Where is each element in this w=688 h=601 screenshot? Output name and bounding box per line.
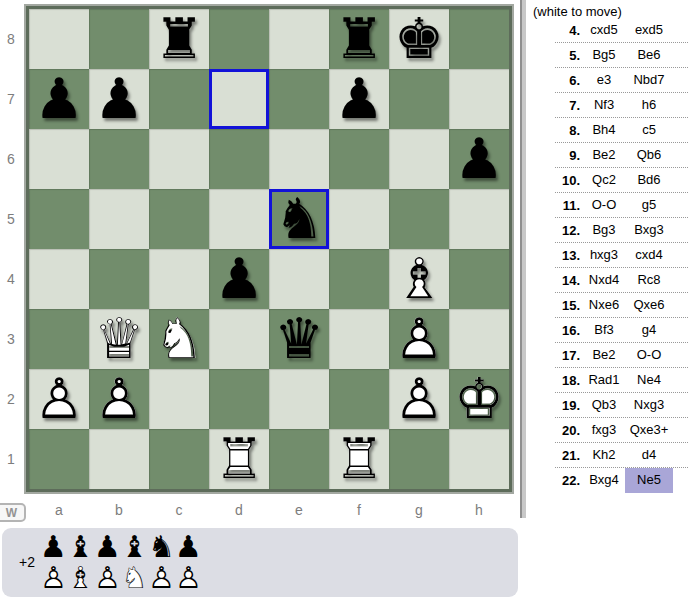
square-d2[interactable] bbox=[209, 369, 269, 429]
square-b8[interactable] bbox=[89, 9, 149, 69]
white-move[interactable]: Nf3 bbox=[583, 93, 625, 117]
square-b2[interactable]: ♟♙ bbox=[89, 369, 149, 429]
file-label-d: d bbox=[209, 502, 269, 518]
piece-d1: ♜♖ bbox=[209, 429, 269, 489]
square-e7[interactable] bbox=[269, 69, 329, 129]
move-number: 16. bbox=[555, 323, 583, 338]
white-bishop[interactable]: ♗ bbox=[389, 249, 449, 309]
file-label-g: g bbox=[389, 502, 449, 518]
black-pawn-icon: ♟ bbox=[40, 529, 67, 564]
black-move[interactable]: Qxe6 bbox=[625, 293, 673, 317]
square-g7[interactable] bbox=[389, 69, 449, 129]
status-text: (white to move) bbox=[533, 4, 622, 19]
square-f1[interactable]: ♜♖ bbox=[329, 429, 389, 489]
black-move[interactable]: Nbd7 bbox=[625, 68, 673, 92]
captured-black-knight: ♞ bbox=[148, 531, 175, 562]
move-number: 12. bbox=[555, 223, 583, 238]
captured-black-pawn: ♟ bbox=[40, 531, 67, 562]
move-number: 9. bbox=[555, 148, 583, 163]
square-c8[interactable]: ♜ bbox=[149, 9, 209, 69]
black-knight[interactable]: ♞ bbox=[269, 189, 329, 249]
file-label-f: f bbox=[329, 502, 389, 518]
move-number: 17. bbox=[555, 348, 583, 363]
square-a7[interactable]: ♟ bbox=[29, 69, 89, 129]
side-to-move-indicator[interactable]: W bbox=[0, 503, 26, 522]
piece-c3: ♞♘ bbox=[149, 309, 209, 369]
square-f7[interactable]: ♟ bbox=[329, 69, 389, 129]
move-row-14: 14.Nxd4Rc8 bbox=[555, 268, 688, 293]
captured-black-pieces: ♟♝♟♝♞♟ bbox=[40, 531, 202, 562]
white-rook-fill: ♜ bbox=[209, 429, 269, 489]
rank-label-8: 8 bbox=[0, 9, 22, 69]
captured-white-pawn: ♟♙ bbox=[148, 562, 175, 593]
white-bishop-icon: ♗ bbox=[67, 560, 94, 595]
black-pawn[interactable]: ♟ bbox=[209, 249, 269, 309]
piece-d4: ♟ bbox=[209, 249, 269, 309]
square-a2[interactable]: ♟♙ bbox=[29, 369, 89, 429]
white-pawn[interactable]: ♙ bbox=[389, 369, 449, 429]
piece-g4: ♝♗ bbox=[389, 249, 449, 309]
piece-a2: ♟♙ bbox=[29, 369, 89, 429]
move-number: 21. bbox=[555, 448, 583, 463]
white-move[interactable]: e3 bbox=[583, 68, 625, 92]
move-row-21: 21.Kh2d4 bbox=[555, 443, 688, 468]
square-a6[interactable] bbox=[29, 129, 89, 189]
piece-f7: ♟ bbox=[329, 69, 389, 129]
square-a4[interactable] bbox=[29, 249, 89, 309]
pane-divider[interactable] bbox=[520, 0, 526, 518]
white-pawn-fill: ♟ bbox=[29, 369, 89, 429]
captured-white-pawn: ♟♙ bbox=[175, 562, 202, 593]
move-number: 20. bbox=[555, 423, 583, 438]
captured-black-pawn: ♟ bbox=[94, 531, 121, 562]
piece-f1: ♜♖ bbox=[329, 429, 389, 489]
move-row-8: 8.Bh4c5 bbox=[555, 118, 688, 143]
black-bishop-icon: ♝ bbox=[67, 529, 94, 564]
black-king[interactable]: ♚ bbox=[389, 9, 449, 69]
square-e4[interactable] bbox=[269, 249, 329, 309]
piece-e5: ♞ bbox=[269, 189, 329, 249]
square-b6[interactable] bbox=[89, 129, 149, 189]
piece-c8: ♜ bbox=[149, 9, 209, 69]
square-c6[interactable] bbox=[149, 129, 209, 189]
white-move[interactable]: Be2 bbox=[583, 143, 625, 167]
piece-b7: ♟ bbox=[89, 69, 149, 129]
captured-white-pieces: ♟♙♝♗♟♙♞♘♟♙♟♙ bbox=[40, 562, 202, 593]
captured-white-knight: ♞♘ bbox=[121, 562, 148, 593]
black-pawn[interactable]: ♟ bbox=[449, 129, 509, 189]
rank-label-1: 1 bbox=[0, 429, 22, 489]
move-number: 6. bbox=[555, 73, 583, 88]
square-b1[interactable] bbox=[89, 429, 149, 489]
white-pawn[interactable]: ♙ bbox=[29, 369, 89, 429]
white-move[interactable]: cxd5 bbox=[583, 18, 625, 42]
white-move[interactable]: Nxd4 bbox=[583, 268, 625, 292]
white-pawn[interactable]: ♙ bbox=[89, 369, 149, 429]
white-king-fill: ♚ bbox=[449, 369, 509, 429]
square-b3[interactable]: ♛♕ bbox=[89, 309, 149, 369]
white-move[interactable]: Bg5 bbox=[583, 43, 625, 67]
move-row-9: 9.Be2Qb6 bbox=[555, 143, 688, 168]
square-g5[interactable] bbox=[389, 189, 449, 249]
white-move[interactable]: Bh4 bbox=[583, 118, 625, 142]
square-d3[interactable] bbox=[209, 309, 269, 369]
black-knight-icon: ♞ bbox=[148, 529, 175, 564]
square-h4[interactable] bbox=[449, 249, 509, 309]
black-move[interactable]: cxd4 bbox=[625, 243, 673, 267]
white-knight-icon: ♘ bbox=[121, 560, 148, 595]
square-g4[interactable]: ♝♗ bbox=[389, 249, 449, 309]
square-e3[interactable]: ♛ bbox=[269, 309, 329, 369]
square-h5[interactable] bbox=[449, 189, 509, 249]
captured-white-pawn: ♟♙ bbox=[94, 562, 121, 593]
square-e5[interactable]: ♞ bbox=[269, 189, 329, 249]
black-move[interactable]: d4 bbox=[625, 443, 673, 467]
captured-black-bishop: ♝ bbox=[121, 531, 148, 562]
white-king[interactable]: ♔ bbox=[449, 369, 509, 429]
move-number: 11. bbox=[555, 198, 583, 213]
white-move[interactable]: Qb3 bbox=[583, 393, 625, 417]
white-pawn-icon: ♙ bbox=[94, 560, 121, 595]
move-number: 15. bbox=[555, 298, 583, 313]
white-move[interactable]: Nxe6 bbox=[583, 293, 625, 317]
move-number: 4. bbox=[555, 23, 583, 38]
black-pawn-icon: ♟ bbox=[175, 529, 202, 564]
white-pawn-fill: ♟ bbox=[389, 309, 449, 369]
white-pawn-fill: ♟ bbox=[389, 369, 449, 429]
chess-board: ♜♜♚♟♟♟♟♞♟♝♗♛♕♞♘♛♟♙♟♙♟♙♟♙♚♔♜♖♜♖ bbox=[24, 4, 514, 494]
black-pawn-icon: ♟ bbox=[94, 529, 121, 564]
square-f2[interactable] bbox=[329, 369, 389, 429]
captured-black-pawn: ♟ bbox=[175, 531, 202, 562]
square-f8[interactable]: ♜ bbox=[329, 9, 389, 69]
square-h6[interactable]: ♟ bbox=[449, 129, 509, 189]
captured-black-bishop: ♝ bbox=[67, 531, 94, 562]
file-label-a: a bbox=[29, 502, 89, 518]
black-rook[interactable]: ♜ bbox=[149, 9, 209, 69]
white-pawn-icon: ♙ bbox=[40, 560, 67, 595]
square-a8[interactable] bbox=[29, 9, 89, 69]
square-d5[interactable] bbox=[209, 189, 269, 249]
square-f6[interactable] bbox=[329, 129, 389, 189]
white-knight[interactable]: ♘ bbox=[149, 309, 209, 369]
square-g1[interactable] bbox=[389, 429, 449, 489]
piece-g3: ♟♙ bbox=[389, 309, 449, 369]
white-move[interactable]: Kh2 bbox=[583, 443, 625, 467]
square-a1[interactable] bbox=[29, 429, 89, 489]
black-pawn[interactable]: ♟ bbox=[29, 69, 89, 129]
white-move[interactable]: Rad1 bbox=[583, 368, 625, 392]
square-f3[interactable] bbox=[329, 309, 389, 369]
square-h8[interactable] bbox=[449, 9, 509, 69]
white-knight-fill: ♞ bbox=[149, 309, 209, 369]
piece-a7: ♟ bbox=[29, 69, 89, 129]
move-number: 13. bbox=[555, 248, 583, 263]
black-move[interactable]: exd5 bbox=[625, 18, 673, 42]
square-c7[interactable] bbox=[149, 69, 209, 129]
square-f5[interactable] bbox=[329, 189, 389, 249]
captured-white-bishop: ♝♗ bbox=[67, 562, 94, 593]
square-a5[interactable] bbox=[29, 189, 89, 249]
move-number: 7. bbox=[555, 98, 583, 113]
square-d7[interactable] bbox=[209, 69, 269, 129]
black-move[interactable]: g4 bbox=[625, 318, 673, 342]
move-row-13: 13.hxg3cxd4 bbox=[555, 243, 688, 268]
square-b5[interactable] bbox=[89, 189, 149, 249]
move-number: 10. bbox=[555, 173, 583, 188]
black-rook[interactable]: ♜ bbox=[329, 9, 389, 69]
white-bishop-fill: ♝ bbox=[389, 249, 449, 309]
square-e8[interactable] bbox=[269, 9, 329, 69]
move-row-4: 4.cxd5exd5 bbox=[555, 18, 688, 43]
file-label-e: e bbox=[269, 502, 329, 518]
captured-pieces-tray: +2 ♟♝♟♝♞♟ ♟♙♝♗♟♙♞♘♟♙♟♙ bbox=[2, 528, 518, 597]
white-pawn[interactable]: ♙ bbox=[389, 309, 449, 369]
white-move[interactable]: O-O bbox=[583, 193, 625, 217]
piece-b2: ♟♙ bbox=[89, 369, 149, 429]
black-move[interactable]: Bxg3 bbox=[625, 218, 673, 242]
move-number: 8. bbox=[555, 123, 583, 138]
move-number: 18. bbox=[555, 373, 583, 388]
white-move[interactable]: Bg3 bbox=[583, 218, 625, 242]
move-row-22: 22.Bxg4Ne5 bbox=[555, 468, 688, 493]
square-g8[interactable]: ♚ bbox=[389, 9, 449, 69]
black-move[interactable]: g5 bbox=[625, 193, 673, 217]
white-move[interactable]: Qc2 bbox=[583, 168, 625, 192]
rank-label-7: 7 bbox=[0, 69, 22, 129]
square-e6[interactable] bbox=[269, 129, 329, 189]
move-row-15: 15.Nxe6Qxe6 bbox=[555, 293, 688, 318]
white-rook[interactable]: ♖ bbox=[209, 429, 269, 489]
square-c3[interactable]: ♞♘ bbox=[149, 309, 209, 369]
captured-white-pawn: ♟♙ bbox=[40, 562, 67, 593]
rank-label-2: 2 bbox=[0, 369, 22, 429]
black-pawn[interactable]: ♟ bbox=[329, 69, 389, 129]
piece-g8: ♚ bbox=[389, 9, 449, 69]
black-move[interactable]: Qb6 bbox=[625, 143, 673, 167]
file-label-b: b bbox=[89, 502, 149, 518]
square-g3[interactable]: ♟♙ bbox=[389, 309, 449, 369]
white-rook-fill: ♜ bbox=[329, 429, 389, 489]
square-d8[interactable] bbox=[209, 9, 269, 69]
move-row-16: 16.Bf3g4 bbox=[555, 318, 688, 343]
move-list: 4.cxd5exd55.Bg5Be66.e3Nbd77.Nf3h68.Bh4c5… bbox=[555, 18, 688, 493]
black-move-current[interactable]: Ne5 bbox=[625, 468, 673, 493]
white-queen-fill: ♛ bbox=[89, 309, 149, 369]
square-c4[interactable] bbox=[149, 249, 209, 309]
move-row-17: 17.Be2O-O bbox=[555, 343, 688, 368]
piece-h2: ♚♔ bbox=[449, 369, 509, 429]
white-move[interactable]: fxg3 bbox=[583, 418, 625, 442]
white-move[interactable]: Bf3 bbox=[583, 318, 625, 342]
square-d1[interactable]: ♜♖ bbox=[209, 429, 269, 489]
black-move[interactable]: Be6 bbox=[625, 43, 673, 67]
square-b4[interactable] bbox=[89, 249, 149, 309]
move-row-6: 6.e3Nbd7 bbox=[555, 68, 688, 93]
move-number: 22. bbox=[555, 473, 583, 488]
material-advantage: +2 bbox=[19, 528, 35, 597]
rank-label-5: 5 bbox=[0, 189, 22, 249]
square-h3[interactable] bbox=[449, 309, 509, 369]
file-label-c: c bbox=[149, 502, 209, 518]
white-move[interactable]: Be2 bbox=[583, 343, 625, 367]
move-row-5: 5.Bg5Be6 bbox=[555, 43, 688, 68]
white-rook[interactable]: ♖ bbox=[329, 429, 389, 489]
move-row-12: 12.Bg3Bxg3 bbox=[555, 218, 688, 243]
file-label-h: h bbox=[449, 502, 509, 518]
black-move[interactable]: h6 bbox=[625, 93, 673, 117]
square-b7[interactable]: ♟ bbox=[89, 69, 149, 129]
move-row-11: 11.O-Og5 bbox=[555, 193, 688, 218]
black-move[interactable]: O-O bbox=[625, 343, 673, 367]
move-number: 14. bbox=[555, 273, 583, 288]
square-c5[interactable] bbox=[149, 189, 209, 249]
piece-e3: ♛ bbox=[269, 309, 329, 369]
black-move[interactable]: c5 bbox=[625, 118, 673, 142]
square-c2[interactable] bbox=[149, 369, 209, 429]
white-move[interactable]: hxg3 bbox=[583, 243, 625, 267]
square-h7[interactable] bbox=[449, 69, 509, 129]
black-move[interactable]: Nxg3 bbox=[625, 393, 673, 417]
white-queen[interactable]: ♕ bbox=[89, 309, 149, 369]
black-move[interactable]: Bd6 bbox=[625, 168, 673, 192]
rank-label-6: 6 bbox=[0, 129, 22, 189]
square-c1[interactable] bbox=[149, 429, 209, 489]
rank-label-3: 3 bbox=[0, 309, 22, 369]
square-e1[interactable] bbox=[269, 429, 329, 489]
file-labels: abcdefgh bbox=[29, 502, 509, 518]
white-move[interactable]: Bxg4 bbox=[583, 468, 625, 493]
black-move[interactable]: Ne4 bbox=[625, 368, 673, 392]
move-row-7: 7.Nf3h6 bbox=[555, 93, 688, 118]
square-g6[interactable] bbox=[389, 129, 449, 189]
move-row-19: 19.Qb3Nxg3 bbox=[555, 393, 688, 418]
black-move[interactable]: Rc8 bbox=[625, 268, 673, 292]
black-queen[interactable]: ♛ bbox=[269, 309, 329, 369]
piece-g2: ♟♙ bbox=[389, 369, 449, 429]
square-h2[interactable]: ♚♔ bbox=[449, 369, 509, 429]
move-row-18: 18.Rad1Ne4 bbox=[555, 368, 688, 393]
square-g2[interactable]: ♟♙ bbox=[389, 369, 449, 429]
white-pawn-icon: ♙ bbox=[175, 560, 202, 595]
black-bishop-icon: ♝ bbox=[121, 529, 148, 564]
square-d6[interactable] bbox=[209, 129, 269, 189]
move-number: 5. bbox=[555, 48, 583, 63]
square-h1[interactable] bbox=[449, 429, 509, 489]
move-number: 19. bbox=[555, 398, 583, 413]
square-e2[interactable] bbox=[269, 369, 329, 429]
white-pawn-fill: ♟ bbox=[89, 369, 149, 429]
piece-f8: ♜ bbox=[329, 9, 389, 69]
rank-label-4: 4 bbox=[0, 249, 22, 309]
white-pawn-icon: ♙ bbox=[148, 560, 175, 595]
square-d4[interactable]: ♟ bbox=[209, 249, 269, 309]
black-pawn[interactable]: ♟ bbox=[89, 69, 149, 129]
square-a3[interactable] bbox=[29, 309, 89, 369]
move-row-10: 10.Qc2Bd6 bbox=[555, 168, 688, 193]
black-move[interactable]: Qxe3+ bbox=[625, 418, 673, 442]
move-row-20: 20.fxg3Qxe3+ bbox=[555, 418, 688, 443]
square-f4[interactable] bbox=[329, 249, 389, 309]
piece-b3: ♛♕ bbox=[89, 309, 149, 369]
piece-h6: ♟ bbox=[449, 129, 509, 189]
